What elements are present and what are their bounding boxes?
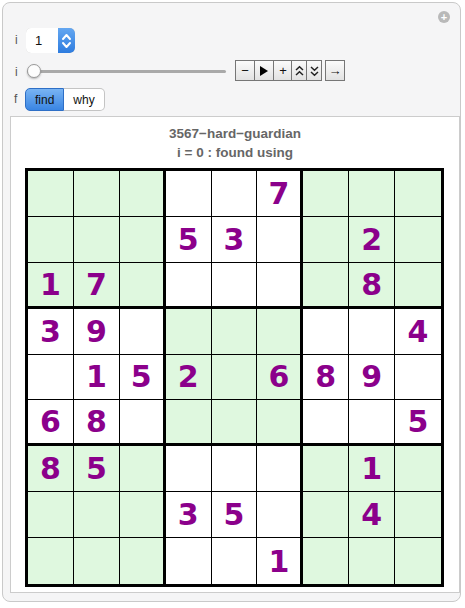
sudoku-cell-r3c7: [303, 263, 349, 309]
sudoku-cell-r2c8: 2: [349, 217, 395, 263]
sudoku-cell-r6c7: [303, 400, 349, 446]
find-why-toggler: find why: [25, 88, 105, 111]
sudoku-cell-r1c9: [395, 171, 441, 217]
play-icon: [260, 66, 268, 76]
sudoku-cell-r4c4: [166, 309, 212, 355]
sudoku-cell-r2c5: 3: [212, 217, 258, 263]
slider-thumb[interactable]: [27, 64, 41, 78]
animator-step-group: − +: [235, 60, 293, 81]
play-button[interactable]: [254, 60, 274, 81]
slower-button[interactable]: [306, 60, 322, 81]
sudoku-cell-r7c4: [166, 446, 212, 492]
animator-direction-group: →: [325, 60, 345, 81]
sudoku-cell-r9c3: [120, 538, 166, 584]
sudoku-cell-r4c3: [120, 309, 166, 355]
sudoku-cell-r1c5: [212, 171, 258, 217]
sudoku-cell-r3c9: [395, 263, 441, 309]
sudoku-cell-r9c5: [212, 538, 258, 584]
sudoku-cell-r5c7: 8: [303, 355, 349, 401]
sudoku-cell-r9c1: [28, 538, 74, 584]
sudoku-cell-r3c8: 8: [349, 263, 395, 309]
sudoku-cell-r7c8: 1: [349, 446, 395, 492]
stepper-label: i: [15, 33, 18, 47]
iteration-stepper[interactable]: 1: [26, 28, 75, 53]
sudoku-cell-r2c7: [303, 217, 349, 263]
sudoku-cell-r2c3: [120, 217, 166, 263]
sudoku-cell-r3c6: [257, 263, 303, 309]
sudoku-cell-r4c5: [212, 309, 258, 355]
sudoku-cell-r7c9: [395, 446, 441, 492]
sudoku-cell-r1c1: [28, 171, 74, 217]
sudoku-cell-r9c2: [74, 538, 120, 584]
sudoku-cell-r3c4: [166, 263, 212, 309]
sudoku-cell-r6c9: 5: [395, 400, 441, 446]
manipulate-frame: + i 1 i − +: [2, 2, 461, 602]
sudoku-cell-r7c1: 8: [28, 446, 74, 492]
slider-label: i: [15, 65, 18, 79]
sudoku-cell-r1c6: 7: [257, 171, 303, 217]
faster-button[interactable]: [291, 60, 307, 81]
sudoku-cell-r4c6: [257, 309, 303, 355]
chevron-down-icon[interactable]: [61, 41, 72, 49]
sudoku-cell-r1c4: [166, 171, 212, 217]
sudoku-cell-r7c2: 5: [74, 446, 120, 492]
sudoku-cell-r9c9: [395, 538, 441, 584]
sudoku-cell-r8c2: [74, 492, 120, 538]
sudoku-cell-r7c5: [212, 446, 258, 492]
sudoku-cell-r6c6: [257, 400, 303, 446]
sudoku-cell-r2c2: [74, 217, 120, 263]
sudoku-cell-r6c2: 8: [74, 400, 120, 446]
sudoku-cell-r8c9: [395, 492, 441, 538]
sudoku-cell-r2c1: [28, 217, 74, 263]
toggle-why-button[interactable]: why: [64, 88, 104, 111]
sudoku-board: 75321783941526896858513541: [25, 168, 444, 587]
sudoku-cell-r2c4: 5: [166, 217, 212, 263]
sudoku-cell-r1c8: [349, 171, 395, 217]
sudoku-cell-r7c6: [257, 446, 303, 492]
sudoku-cell-r5c8: 9: [349, 355, 395, 401]
sudoku-cell-r4c9: 4: [395, 309, 441, 355]
sudoku-cell-r5c2: 1: [74, 355, 120, 401]
sudoku-cell-r5c5: [212, 355, 258, 401]
sudoku-cell-r5c6: 6: [257, 355, 303, 401]
content-panel: 3567−hard−guardian i = 0 : found using 7…: [10, 116, 460, 593]
sudoku-cell-r8c8: 4: [349, 492, 395, 538]
increment-button[interactable]: +: [273, 60, 293, 81]
chevron-up-icon[interactable]: [61, 33, 72, 41]
toggler-label: f: [14, 92, 17, 106]
sudoku-cell-r3c3: [120, 263, 166, 309]
sudoku-cell-r5c9: [395, 355, 441, 401]
slider-track[interactable]: [27, 70, 226, 73]
sudoku-cell-r8c5: 5: [212, 492, 258, 538]
sudoku-cell-r4c8: [349, 309, 395, 355]
sudoku-cell-r8c7: [303, 492, 349, 538]
sudoku-cell-r2c9: [395, 217, 441, 263]
sudoku-cell-r1c7: [303, 171, 349, 217]
sudoku-cell-r3c5: [212, 263, 258, 309]
puzzle-subtitle: i = 0 : found using: [11, 145, 459, 160]
sudoku-cell-r5c4: 2: [166, 355, 212, 401]
sudoku-cell-r5c3: 5: [120, 355, 166, 401]
sudoku-cell-r6c5: [212, 400, 258, 446]
sudoku-cell-r1c2: [74, 171, 120, 217]
sudoku-cell-r8c1: [28, 492, 74, 538]
decrement-button[interactable]: −: [235, 60, 255, 81]
sudoku-cell-r3c2: 7: [74, 263, 120, 309]
stepper-up-down-buttons[interactable]: [58, 28, 75, 53]
sudoku-cell-r7c3: [120, 446, 166, 492]
stepper-value-field[interactable]: 1: [26, 28, 58, 53]
sudoku-cell-r8c6: [257, 492, 303, 538]
direction-button[interactable]: →: [325, 60, 345, 81]
sudoku-cell-r9c7: [303, 538, 349, 584]
sudoku-cell-r3c1: 1: [28, 263, 74, 309]
double-chevron-down-icon: [309, 65, 320, 77]
sudoku-cell-r1c3: [120, 171, 166, 217]
animator-speed-group: [291, 60, 322, 81]
sudoku-cell-r2c6: [257, 217, 303, 263]
sudoku-cell-r9c8: [349, 538, 395, 584]
double-chevron-up-icon: [294, 65, 305, 77]
sudoku-cell-r8c3: [120, 492, 166, 538]
sudoku-cell-r8c4: 3: [166, 492, 212, 538]
toggle-find-button[interactable]: find: [25, 88, 64, 111]
manipulate-menu-plus-icon[interactable]: +: [438, 11, 450, 23]
puzzle-title: 3567−hard−guardian: [11, 126, 459, 141]
sudoku-cell-r6c1: 6: [28, 400, 74, 446]
sudoku-cell-r6c3: [120, 400, 166, 446]
sudoku-cell-r5c1: [28, 355, 74, 401]
sudoku-cell-r7c7: [303, 446, 349, 492]
sudoku-cell-r4c7: [303, 309, 349, 355]
sudoku-cell-r4c1: 3: [28, 309, 74, 355]
sudoku-cell-r9c6: 1: [257, 538, 303, 584]
sudoku-cell-r6c4: [166, 400, 212, 446]
sudoku-cell-r6c8: [349, 400, 395, 446]
sudoku-cell-r9c4: [166, 538, 212, 584]
sudoku-cell-r4c2: 9: [74, 309, 120, 355]
